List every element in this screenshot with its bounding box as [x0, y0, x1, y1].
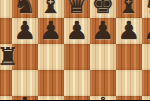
black-pawn[interactable]: ♟ — [144, 18, 150, 44]
square-f5[interactable] — [116, 70, 142, 96]
square-b4[interactable]: ♟ — [12, 96, 38, 100]
black-pawn[interactable]: ♟ — [118, 18, 140, 44]
square-a8[interactable] — [0, 0, 12, 18]
square-e6[interactable] — [90, 44, 116, 70]
square-a6[interactable]: ♜ — [0, 44, 12, 70]
square-d7[interactable]: ♟ — [64, 18, 90, 44]
black-pawn[interactable]: ♟ — [40, 18, 62, 44]
square-a4[interactable] — [0, 96, 12, 100]
black-pawn[interactable]: ♟ — [14, 18, 36, 44]
square-c7[interactable]: ♟ — [38, 18, 64, 44]
square-d5[interactable] — [64, 70, 90, 96]
square-g5[interactable] — [142, 70, 150, 96]
square-a7[interactable] — [0, 18, 12, 44]
square-g6[interactable] — [142, 44, 150, 70]
black-rook[interactable]: ♜ — [0, 44, 19, 70]
white-pawn[interactable]: ♙ — [92, 94, 114, 101]
square-e7[interactable]: ♟ — [90, 18, 116, 44]
square-g4[interactable] — [142, 96, 150, 100]
chess-board: ♞♝♛♚♝♞♜♟♟♟♟♟♟♟♜♟♙ — [0, 0, 150, 100]
square-d4[interactable] — [64, 96, 90, 100]
square-c4[interactable] — [38, 96, 64, 100]
square-g7[interactable]: ♟ — [142, 18, 150, 44]
square-d6[interactable] — [64, 44, 90, 70]
square-f6[interactable] — [116, 44, 142, 70]
square-a5[interactable] — [0, 70, 12, 96]
chess-app-viewport: ♞♝♛♚♝♞♜♟♟♟♟♟♟♟♜♟♙ — [0, 0, 150, 100]
square-c6[interactable] — [38, 44, 64, 70]
square-f4[interactable] — [116, 96, 142, 100]
square-b7[interactable]: ♟ — [12, 18, 38, 44]
black-pawn[interactable]: ♟ — [92, 18, 114, 44]
square-c5[interactable] — [38, 70, 64, 96]
black-pawn[interactable]: ♟ — [14, 94, 36, 101]
square-e4[interactable]: ♙ — [90, 96, 116, 100]
black-pawn[interactable]: ♟ — [66, 18, 88, 44]
square-f7[interactable]: ♟ — [116, 18, 142, 44]
